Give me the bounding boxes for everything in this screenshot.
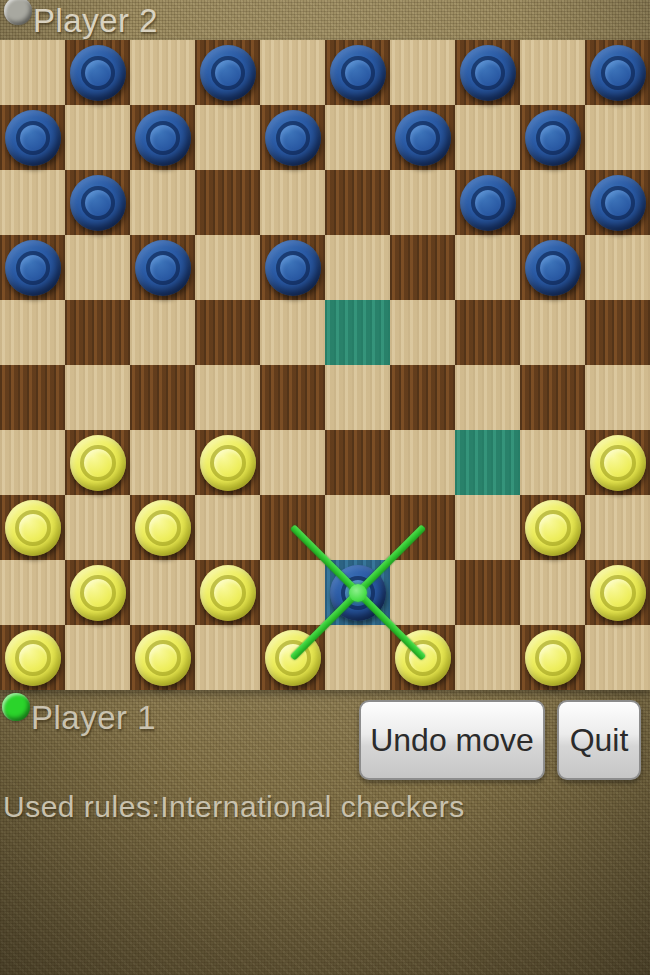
board-cell-r1c6[interactable]: [390, 105, 455, 170]
board-cell-r8c2[interactable]: [130, 560, 195, 625]
blue-piece[interactable]: [525, 240, 581, 296]
quit-button[interactable]: Quit: [557, 700, 641, 780]
yellow-piece[interactable]: [5, 630, 61, 686]
yellow-piece[interactable]: [70, 435, 126, 491]
blue-piece[interactable]: [5, 240, 61, 296]
board-cell-r1c8[interactable]: [520, 105, 585, 170]
board-cell-r0c9[interactable]: [585, 40, 650, 105]
board-cell-r4c6[interactable]: [390, 300, 455, 365]
board-cell-r1c9[interactable]: [585, 105, 650, 170]
board-cell-r7c9[interactable]: [585, 495, 650, 560]
board-cell-r5c3[interactable]: [195, 365, 260, 430]
board-cell-r8c3[interactable]: [195, 560, 260, 625]
player2-label: Player 2: [33, 2, 158, 40]
board-cell-r5c2[interactable]: [130, 365, 195, 430]
board-cell-r9c9[interactable]: [585, 625, 650, 690]
board-cell-r7c5[interactable]: [325, 495, 390, 560]
yellow-piece[interactable]: [590, 565, 646, 621]
blue-piece[interactable]: [330, 45, 386, 101]
board-cell-r9c2[interactable]: [130, 625, 195, 690]
board-cell-r4c9[interactable]: [585, 300, 650, 365]
board-cell-r0c7[interactable]: [455, 40, 520, 105]
board-cell-r5c4[interactable]: [260, 365, 325, 430]
board-cell-r2c6[interactable]: [390, 170, 455, 235]
blue-piece[interactable]: [590, 45, 646, 101]
board-cell-r8c7[interactable]: [455, 560, 520, 625]
board-cell-r5c8[interactable]: [520, 365, 585, 430]
board-cell-r1c4[interactable]: [260, 105, 325, 170]
board-cell-r5c0[interactable]: [0, 365, 65, 430]
board-cell-r6c8[interactable]: [520, 430, 585, 495]
player2-turn-indicator-icon: [4, 0, 32, 25]
player1-turn-indicator-icon: [2, 693, 30, 721]
board-cell-r2c2[interactable]: [130, 170, 195, 235]
board-cell-r1c5[interactable]: [325, 105, 390, 170]
board-cell-r8c6[interactable]: [390, 560, 455, 625]
board-cell-r9c8[interactable]: [520, 625, 585, 690]
blue-piece[interactable]: [395, 110, 451, 166]
yellow-piece[interactable]: [525, 500, 581, 556]
board-cell-r6c9[interactable]: [585, 430, 650, 495]
board-cell-r7c6[interactable]: [390, 495, 455, 560]
board-cell-r2c1[interactable]: [65, 170, 130, 235]
yellow-piece[interactable]: [135, 630, 191, 686]
blue-piece[interactable]: [200, 45, 256, 101]
board-cell-r6c7[interactable]: [455, 430, 520, 495]
blue-piece[interactable]: [135, 240, 191, 296]
board-cell-r6c3[interactable]: [195, 430, 260, 495]
blue-piece[interactable]: [135, 110, 191, 166]
board-cell-r1c7[interactable]: [455, 105, 520, 170]
blue-piece[interactable]: [265, 240, 321, 296]
board-cell-r6c2[interactable]: [130, 430, 195, 495]
board-cell-r3c6[interactable]: [390, 235, 455, 300]
board-cell-r3c3[interactable]: [195, 235, 260, 300]
board-cell-r1c3[interactable]: [195, 105, 260, 170]
yellow-piece[interactable]: [525, 630, 581, 686]
board-cell-r4c4[interactable]: [260, 300, 325, 365]
board-cell-r4c3[interactable]: [195, 300, 260, 365]
board-cell-r4c2[interactable]: [130, 300, 195, 365]
player1-label: Player 1: [31, 699, 156, 737]
board-cell-r3c9[interactable]: [585, 235, 650, 300]
yellow-piece[interactable]: [200, 435, 256, 491]
board-cell-r5c9[interactable]: [585, 365, 650, 430]
board-cell-r6c4[interactable]: [260, 430, 325, 495]
board-cell-r2c3[interactable]: [195, 170, 260, 235]
board-cell-r8c9[interactable]: [585, 560, 650, 625]
blue-piece[interactable]: [525, 110, 581, 166]
yellow-piece[interactable]: [590, 435, 646, 491]
rules-text: Used rules:International checkers: [3, 790, 465, 824]
yellow-piece[interactable]: [135, 500, 191, 556]
blue-piece[interactable]: [5, 110, 61, 166]
blue-piece[interactable]: [460, 175, 516, 231]
board-cell-r5c6[interactable]: [390, 365, 455, 430]
board-cell-r7c0[interactable]: [0, 495, 65, 560]
board-cell-r3c5[interactable]: [325, 235, 390, 300]
board-cell-r8c4[interactable]: [260, 560, 325, 625]
blue-piece[interactable]: [460, 45, 516, 101]
board-cell-r0c0[interactable]: [0, 40, 65, 105]
board-cell-r9c7[interactable]: [455, 625, 520, 690]
board-cell-r1c1[interactable]: [65, 105, 130, 170]
board-cell-r0c8[interactable]: [520, 40, 585, 105]
board-cell-r2c0[interactable]: [0, 170, 65, 235]
app-screen: Player 2 Player 1 Undo move Quit Used ru…: [0, 0, 650, 975]
board-cell-r0c5[interactable]: [325, 40, 390, 105]
yellow-piece[interactable]: [395, 630, 451, 686]
undo-move-button[interactable]: Undo move: [359, 700, 545, 780]
yellow-piece[interactable]: [5, 500, 61, 556]
yellow-piece[interactable]: [200, 565, 256, 621]
board-cell-r3c0[interactable]: [0, 235, 65, 300]
board-cell-r7c4[interactable]: [260, 495, 325, 560]
board-cell-r8c8[interactable]: [520, 560, 585, 625]
board-cell-r3c4[interactable]: [260, 235, 325, 300]
board-cell-r9c3[interactable]: [195, 625, 260, 690]
yellow-piece[interactable]: [265, 630, 321, 686]
board-cell-r4c7[interactable]: [455, 300, 520, 365]
board-cell-r6c6[interactable]: [390, 430, 455, 495]
board-cell-r0c2[interactable]: [130, 40, 195, 105]
board-cell-r1c0[interactable]: [0, 105, 65, 170]
board-cell-r5c5[interactable]: [325, 365, 390, 430]
blue-piece[interactable]: [265, 110, 321, 166]
board-cell-r8c1[interactable]: [65, 560, 130, 625]
board-cell-r7c8[interactable]: [520, 495, 585, 560]
board-cell-r9c1[interactable]: [65, 625, 130, 690]
board-cell-r1c2[interactable]: [130, 105, 195, 170]
board-cell-r0c3[interactable]: [195, 40, 260, 105]
board-cell-r2c5[interactable]: [325, 170, 390, 235]
board-cell-r6c1[interactable]: [65, 430, 130, 495]
board-cell-r5c1[interactable]: [65, 365, 130, 430]
board-cell-r7c3[interactable]: [195, 495, 260, 560]
board-cell-r4c0[interactable]: [0, 300, 65, 365]
board-cell-r9c0[interactable]: [0, 625, 65, 690]
board-cell-r6c5[interactable]: [325, 430, 390, 495]
board-cell-r3c2[interactable]: [130, 235, 195, 300]
board-cell-r0c4[interactable]: [260, 40, 325, 105]
board-cell-r2c8[interactable]: [520, 170, 585, 235]
board-cell-r4c1[interactable]: [65, 300, 130, 365]
board-cell-r4c8[interactable]: [520, 300, 585, 365]
blue-piece[interactable]: [330, 565, 386, 621]
board-cell-r2c4[interactable]: [260, 170, 325, 235]
board-cell-r8c0[interactable]: [0, 560, 65, 625]
board-cell-r7c2[interactable]: [130, 495, 195, 560]
board-cell-r5c7[interactable]: [455, 365, 520, 430]
blue-piece[interactable]: [590, 175, 646, 231]
board-cell-r2c7[interactable]: [455, 170, 520, 235]
board-cell-r9c5[interactable]: [325, 625, 390, 690]
board-cell-r2c9[interactable]: [585, 170, 650, 235]
yellow-piece[interactable]: [70, 565, 126, 621]
blue-piece[interactable]: [70, 45, 126, 101]
board-cell-r3c7[interactable]: [455, 235, 520, 300]
checkers-board[interactable]: [0, 40, 650, 690]
board-cell-r8c5[interactable]: [325, 560, 390, 625]
board-cell-r3c8[interactable]: [520, 235, 585, 300]
board-cell-r9c4[interactable]: [260, 625, 325, 690]
blue-piece[interactable]: [70, 175, 126, 231]
board-cell-r9c6[interactable]: [390, 625, 455, 690]
board-cell-r3c1[interactable]: [65, 235, 130, 300]
board-cell-r0c1[interactable]: [65, 40, 130, 105]
board-cell-r7c1[interactable]: [65, 495, 130, 560]
board-cell-r7c7[interactable]: [455, 495, 520, 560]
board-cell-r6c0[interactable]: [0, 430, 65, 495]
board-cell-r0c6[interactable]: [390, 40, 455, 105]
board-cell-r4c5[interactable]: [325, 300, 390, 365]
